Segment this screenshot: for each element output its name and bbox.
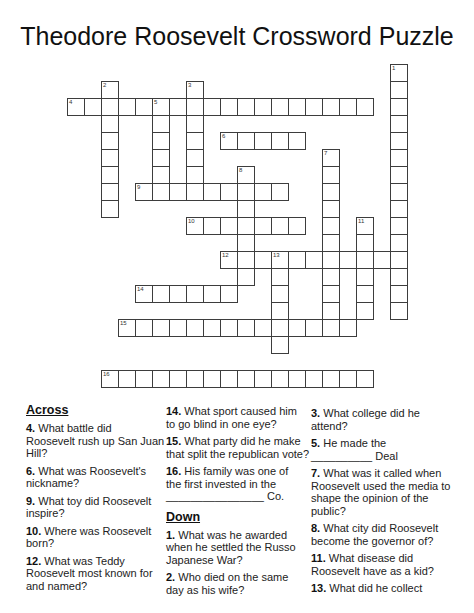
cell-r7-c10[interactable] (237, 183, 255, 201)
cell-r18-c12[interactable] (271, 370, 289, 388)
cell-r18-c16[interactable] (339, 370, 357, 388)
cell-r4-c19[interactable] (390, 132, 408, 150)
cell-r9-c17[interactable]: 11 (356, 217, 374, 235)
cell-r1-c7[interactable]: 3 (186, 81, 204, 99)
cell-r12-c12[interactable] (271, 268, 289, 286)
cell-r15-c10[interactable] (237, 319, 255, 337)
cell-r10-c19[interactable] (390, 234, 408, 252)
clue-down-2: 2. Who died on the same day as his wife? (166, 571, 316, 596)
cell-r5-c2[interactable] (101, 149, 119, 167)
cell-r6-c10[interactable]: 8 (237, 166, 255, 184)
cell-r15-c4[interactable] (135, 319, 153, 337)
clue-across-6: 6. What was Roosevelt's nickname? (26, 465, 166, 490)
clue-across-10: 10. Where was Roosevelt born? (26, 525, 166, 550)
cell-number-15: 15 (120, 320, 127, 327)
cell-r15-c11[interactable] (254, 319, 272, 337)
clue-down-13: 13. What did he collect (311, 582, 471, 595)
cell-r10-c17[interactable] (356, 234, 374, 252)
cell-r5-c15[interactable]: 7 (322, 149, 340, 167)
cell-r12-c10[interactable] (237, 268, 255, 286)
cell-r15-c14[interactable] (305, 319, 323, 337)
cell-r15-c3[interactable]: 15 (118, 319, 136, 337)
cell-r12-c19[interactable] (390, 268, 408, 286)
cell-number-1: 1 (392, 65, 395, 72)
cell-r2-c16[interactable] (339, 98, 357, 116)
cell-number-12: 12 (222, 252, 229, 259)
page-title: Theodore Roosevelt Crossword Puzzle (0, 22, 474, 51)
cell-r12-c15[interactable] (322, 268, 340, 286)
crossword-page: Theodore Roosevelt Crossword Puzzle 1234… (0, 0, 474, 613)
clue-down-11: 11. What disease did Roosevelt have as a… (311, 552, 471, 577)
clue-across-12: 12. What was Teddy Roosevelt most known … (26, 555, 166, 593)
cell-r16-c12[interactable] (271, 336, 289, 354)
cell-r18-c10[interactable] (237, 370, 255, 388)
cell-r11-c12[interactable]: 13 (271, 251, 289, 269)
cell-r6-c19[interactable] (390, 166, 408, 184)
cell-r18-c11[interactable] (254, 370, 272, 388)
clue-across-4: 4. What battle did Roosevelt rush up San… (26, 422, 166, 460)
cell-r1-c19[interactable] (390, 81, 408, 99)
clue-down-3: 3. What college did he attend? (311, 407, 471, 432)
cell-r4-c10[interactable] (237, 132, 255, 150)
clue-down-5: 5. He made the __________ Deal (311, 437, 471, 462)
cell-r5-c7[interactable] (186, 149, 204, 167)
cell-r2-c9[interactable] (220, 98, 238, 116)
cell-r2-c1[interactable] (84, 98, 102, 116)
cell-r2-c14[interactable] (305, 98, 323, 116)
cell-r4-c11[interactable] (254, 132, 272, 150)
cell-r9-c11[interactable] (254, 217, 272, 235)
cell-r4-c5[interactable] (152, 132, 170, 150)
cell-r2-c12[interactable] (271, 98, 289, 116)
cell-r3-c5[interactable] (152, 115, 170, 133)
cell-r2-c4[interactable] (135, 98, 153, 116)
cell-r9-c10[interactable] (237, 217, 255, 235)
cell-r2-c0[interactable]: 4 (67, 98, 85, 116)
cell-number-14: 14 (137, 286, 144, 293)
clue-across-15: 15. What party did he make that split th… (166, 435, 316, 460)
across-header: Across (26, 403, 166, 417)
cell-number-10: 10 (188, 218, 195, 225)
cell-r2-c15[interactable] (322, 98, 340, 116)
cell-r11-c11[interactable] (254, 251, 272, 269)
cell-r18-c9[interactable] (220, 370, 238, 388)
cell-r7-c8[interactable] (203, 183, 221, 201)
cell-r2-c10[interactable] (237, 98, 255, 116)
clue-down-1: 1. What was he awarded when he settled t… (166, 529, 316, 567)
cell-number-9: 9 (137, 184, 140, 191)
cell-number-11: 11 (358, 218, 364, 225)
cell-number-5: 5 (154, 99, 157, 106)
cell-r6-c7[interactable] (186, 166, 204, 184)
clue-column-2: 14. What sport caused him to go blind in… (166, 405, 316, 601)
cell-r11-c9[interactable]: 12 (220, 251, 238, 269)
cell-r2-c3[interactable] (118, 98, 136, 116)
cell-r6-c2[interactable] (101, 166, 119, 184)
cell-r14-c17[interactable] (356, 302, 374, 320)
cell-r18-c14[interactable] (305, 370, 323, 388)
cell-r13-c9[interactable] (220, 285, 238, 303)
cell-number-3: 3 (188, 82, 191, 89)
cell-r9-c13[interactable] (288, 217, 306, 235)
cell-r18-c7[interactable] (186, 370, 204, 388)
cell-r18-c4[interactable] (135, 370, 153, 388)
cell-r11-c16[interactable] (339, 251, 357, 269)
cell-r7-c9[interactable] (220, 183, 238, 201)
cell-r9-c9[interactable] (220, 217, 238, 235)
cell-r10-c10[interactable] (237, 234, 255, 252)
cell-r2-c11[interactable] (254, 98, 272, 116)
clue-column-1: Across 4. What battle did Roosevelt rush… (26, 403, 166, 597)
cell-r14-c15[interactable] (322, 302, 340, 320)
clue-across-16: 16. His family was one of the first inve… (166, 465, 316, 503)
cell-r18-c17[interactable] (356, 370, 374, 388)
cell-r8-c10[interactable] (237, 200, 255, 218)
cell-r13-c6[interactable] (169, 285, 187, 303)
cell-r0-c19[interactable]: 1 (390, 64, 408, 82)
cell-r11-c17[interactable] (356, 251, 374, 269)
cell-r4-c13[interactable] (288, 132, 306, 150)
cell-number-2: 2 (103, 82, 106, 89)
cell-r2-c2[interactable] (101, 98, 119, 116)
cell-r11-c10[interactable] (237, 251, 255, 269)
cell-r15-c7[interactable] (186, 319, 204, 337)
cell-r7-c4[interactable]: 9 (135, 183, 153, 201)
cell-r15-c9[interactable] (220, 319, 238, 337)
cell-r14-c12[interactable] (271, 302, 289, 320)
cell-r7-c2[interactable] (101, 183, 119, 201)
cell-r4-c12[interactable] (271, 132, 289, 150)
cell-r2-c17[interactable] (356, 98, 374, 116)
cell-r11-c14[interactable] (305, 251, 323, 269)
cell-r7-c11[interactable] (254, 183, 272, 201)
cell-r7-c7[interactable] (186, 183, 204, 201)
cell-r5-c5[interactable] (152, 149, 170, 167)
cell-r18-c3[interactable] (118, 370, 136, 388)
cell-r11-c13[interactable] (288, 251, 306, 269)
cell-r15-c12[interactable] (271, 319, 289, 337)
cell-r3-c2[interactable] (101, 115, 119, 133)
cell-r12-c17[interactable] (356, 268, 374, 286)
cell-r4-c9[interactable]: 6 (220, 132, 238, 150)
cell-r15-c6[interactable] (169, 319, 187, 337)
clue-down-7: 7. What was it called when Roosevelt use… (311, 467, 471, 517)
cell-r7-c12[interactable] (271, 183, 289, 201)
down-header: Down (166, 510, 316, 524)
clue-column-3: 3. What college did he attend? 5. He mad… (311, 407, 471, 600)
cell-number-7: 7 (324, 150, 327, 157)
cell-r15-c15[interactable] (322, 319, 340, 337)
cell-r7-c15[interactable] (322, 183, 340, 201)
cell-number-4: 4 (69, 99, 72, 106)
clue-across-14: 14. What sport caused him to go blind in… (166, 405, 316, 430)
cell-r18-c15[interactable] (322, 370, 340, 388)
cell-r13-c12[interactable] (271, 285, 289, 303)
cell-r2-c7[interactable] (186, 98, 204, 116)
cell-r18-c6[interactable] (169, 370, 187, 388)
cell-r13-c19[interactable] (390, 285, 408, 303)
cell-r13-c8[interactable] (203, 285, 221, 303)
cell-r4-c7[interactable] (186, 132, 204, 150)
cell-r3-c7[interactable] (186, 115, 204, 133)
cell-r2-c5[interactable]: 5 (152, 98, 170, 116)
cell-r9-c7[interactable]: 10 (186, 217, 204, 235)
cell-r2-c6[interactable] (169, 98, 187, 116)
cell-r10-c15[interactable] (322, 234, 340, 252)
cell-r11-c18[interactable] (373, 251, 391, 269)
cell-r11-c15[interactable] (322, 251, 340, 269)
cell-r15-c5[interactable] (152, 319, 170, 337)
cell-r15-c13[interactable] (288, 319, 306, 337)
cell-r2-c19[interactable] (390, 98, 408, 116)
cell-r4-c2[interactable] (101, 132, 119, 150)
cell-r5-c19[interactable] (390, 149, 408, 167)
cell-r18-c8[interactable] (203, 370, 221, 388)
cell-r6-c5[interactable] (152, 166, 170, 184)
cell-r14-c19[interactable] (390, 302, 408, 320)
cell-r9-c12[interactable] (271, 217, 289, 235)
cell-r13-c7[interactable] (186, 285, 204, 303)
cell-r2-c8[interactable] (203, 98, 221, 116)
cell-r13-c17[interactable] (356, 285, 374, 303)
cell-r3-c19[interactable] (390, 115, 408, 133)
cell-r15-c16[interactable] (339, 319, 357, 337)
cell-r2-c13[interactable] (288, 98, 306, 116)
cell-number-13: 13 (273, 252, 280, 259)
cell-r7-c19[interactable] (390, 183, 408, 201)
cell-r9-c8[interactable] (203, 217, 221, 235)
cell-r7-c6[interactable] (169, 183, 187, 201)
cell-r15-c8[interactable] (203, 319, 221, 337)
cell-r9-c19[interactable] (390, 217, 408, 235)
cell-number-8: 8 (239, 167, 242, 174)
cell-r1-c2[interactable]: 2 (101, 81, 119, 99)
cell-number-6: 6 (222, 133, 225, 140)
cell-r9-c15[interactable] (322, 217, 340, 235)
cell-r8-c15[interactable] (322, 200, 340, 218)
cell-r11-c19[interactable] (390, 251, 408, 269)
cell-r18-c13[interactable] (288, 370, 306, 388)
cell-r18-c5[interactable] (152, 370, 170, 388)
cell-r6-c15[interactable] (322, 166, 340, 184)
clue-across-9: 9. What toy did Roosevelt inspire? (26, 495, 166, 520)
cell-r13-c15[interactable] (322, 285, 340, 303)
clue-down-8: 8. What city did Roosevelt become the go… (311, 522, 471, 547)
cell-r7-c5[interactable] (152, 183, 170, 201)
cell-number-16: 16 (103, 371, 110, 378)
crossword-grid: 12345678910111213141516 (67, 64, 409, 389)
cell-r13-c4[interactable]: 14 (135, 285, 153, 303)
cell-r18-c2[interactable]: 16 (101, 370, 119, 388)
cell-r8-c19[interactable] (390, 200, 408, 218)
cell-r13-c5[interactable] (152, 285, 170, 303)
cell-r8-c2[interactable] (101, 200, 119, 218)
